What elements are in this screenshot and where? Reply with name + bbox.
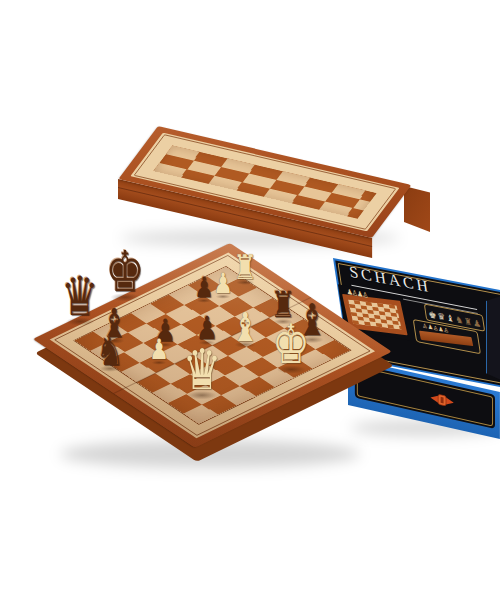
white-queen-glyph: ♛: [182, 342, 221, 398]
white-rook-glyph: ♜: [233, 250, 257, 284]
white-pawn-glyph: ♟: [149, 336, 169, 364]
white-pawn-glyph: ♟: [213, 270, 233, 298]
dark-knight-glyph: ♞: [96, 331, 124, 371]
white-king-glyph: ♚: [272, 318, 310, 372]
white-bishop-glyph: ♝: [231, 307, 259, 347]
pieces-layer: ♚♛♝♞♟♟♟♜♝♜♟♝♚♛♟: [0, 0, 500, 600]
dark-king-glyph: ♚: [105, 244, 144, 300]
dark-pawn-glyph: ♟: [194, 274, 214, 302]
dark-queen-glyph: ♛: [61, 270, 99, 324]
chess-set-product-photo: SCHACH ♟♙♟♙ ♚♛♝♞♜♟ ♙♟♙♟♙: [0, 0, 500, 600]
